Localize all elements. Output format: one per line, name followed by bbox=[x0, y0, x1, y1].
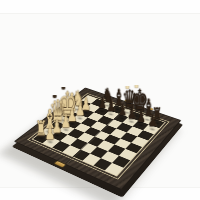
piece-contact-shadow bbox=[51, 132, 63, 139]
chess-piece-glyph: ♛ bbox=[49, 95, 60, 127]
black-pawn: ♟ bbox=[144, 113, 162, 129]
background-band-top bbox=[0, 0, 200, 14]
piece-contact-shadow bbox=[35, 135, 48, 142]
contrasting-finial-icon bbox=[53, 94, 57, 98]
black-bishop: ♝ bbox=[139, 97, 156, 120]
black-knight: ♞ bbox=[99, 86, 116, 105]
white-knight: ♞ bbox=[69, 88, 86, 109]
piece-contact-shadow bbox=[64, 111, 76, 117]
contrasting-finial-icon bbox=[125, 85, 129, 89]
piece-contact-shadow bbox=[116, 115, 128, 121]
contrasting-finial-icon bbox=[134, 84, 138, 88]
chess-set-scene: ♞♝♛♚♝♜♟♟♟♟♟♟♞♟♝♟♚♟♛♟♝♟♜♟ bbox=[40, 70, 161, 191]
chess-board-3d: ♞♝♛♚♝♜♟♟♟♟♟♟♞♟♝♟♚♟♛♟♝♟♜♟ bbox=[14, 88, 182, 191]
product-photo: ♞♝♛♚♝♜♟♟♟♟♟♟♞♟♝♟♚♟♛♟♝♟♜♟ bbox=[0, 0, 200, 200]
pieces-layer: ♞♝♛♚♝♜♟♟♟♟♟♟♞♟♝♟♚♟♛♟♝♟♜♟ bbox=[14, 88, 182, 191]
contrasting-finial-icon bbox=[61, 85, 65, 89]
piece-contact-shadow bbox=[130, 113, 142, 119]
chess-piece-glyph: ♚ bbox=[58, 86, 69, 121]
piece-contact-shadow bbox=[135, 122, 147, 129]
